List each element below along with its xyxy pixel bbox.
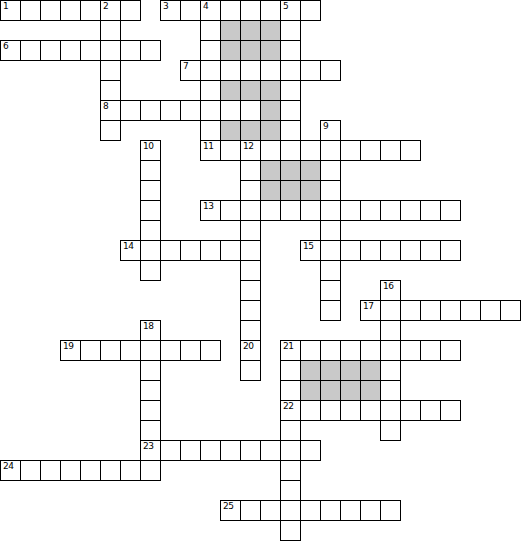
grid-cell-r17c4[interactable]	[80, 340, 101, 361]
grid-cell-r0c6[interactable]	[120, 0, 141, 21]
clue-number-13: 13	[203, 201, 213, 211]
crossword-grid: 1234567891011121314151617181920212223242…	[0, 0, 521, 541]
grid-cell-r23c6[interactable]	[120, 460, 141, 481]
grid-cell-r16c7[interactable]: 18	[140, 320, 161, 341]
grid-cell-r0c5[interactable]: 2	[100, 0, 121, 21]
grid-cell-r5c5[interactable]: 8	[100, 100, 121, 121]
grid-cell-r12c22[interactable]	[440, 240, 461, 261]
grid-cell-r15c16[interactable]	[320, 300, 341, 321]
grid-cell-r4c14[interactable]	[280, 80, 301, 101]
grid-cell-r0c1[interactable]	[20, 0, 41, 21]
grid-cell-r9c12[interactable]	[240, 180, 261, 201]
grid-cell-r15c21[interactable]	[420, 300, 441, 321]
grid-cell-r3c10[interactable]	[200, 60, 221, 81]
grid-cell-r12c18[interactable]	[360, 240, 381, 261]
grid-cell-r20c18[interactable]	[360, 400, 381, 421]
grid-cell-r17c3[interactable]: 19	[60, 340, 81, 361]
grid-cell-r17c9[interactable]	[180, 340, 201, 361]
grid-cell-r20c22[interactable]	[440, 400, 461, 421]
grid-cell-r12c8[interactable]	[160, 240, 181, 261]
blocked-cell-r2c11	[220, 40, 241, 61]
blocked-cell-r4c11	[220, 80, 241, 101]
grid-cell-r0c10[interactable]: 4	[200, 0, 221, 21]
grid-cell-r3c5[interactable]	[100, 60, 121, 81]
grid-cell-r11c16[interactable]	[320, 220, 341, 241]
grid-cell-r18c12[interactable]	[240, 360, 261, 381]
grid-cell-r17c16[interactable]	[320, 340, 341, 361]
grid-cell-r15c18[interactable]: 17	[360, 300, 381, 321]
grid-cell-r10c11[interactable]	[220, 200, 241, 221]
grid-cell-r0c2[interactable]	[40, 0, 61, 21]
grid-cell-r5c10[interactable]	[200, 100, 221, 121]
grid-cell-r13c16[interactable]	[320, 260, 341, 281]
grid-cell-r12c19[interactable]	[380, 240, 401, 261]
grid-cell-r20c17[interactable]	[340, 400, 361, 421]
blocked-cell-r9c14	[280, 180, 301, 201]
blocked-cell-r5c13	[260, 100, 281, 121]
grid-cell-r17c18[interactable]	[360, 340, 381, 361]
grid-cell-r12c6[interactable]: 14	[120, 240, 141, 261]
grid-cell-r17c21[interactable]	[420, 340, 441, 361]
grid-cell-r22c12[interactable]	[240, 440, 261, 461]
grid-cell-r25c12[interactable]	[240, 500, 261, 521]
grid-cell-r4c5[interactable]	[100, 80, 121, 101]
grid-cell-r22c9[interactable]	[180, 440, 201, 461]
grid-cell-r15c12[interactable]	[240, 300, 261, 321]
grid-cell-r15c24[interactable]	[480, 300, 501, 321]
blocked-cell-r9c15	[300, 180, 321, 201]
grid-cell-r20c16[interactable]	[320, 400, 341, 421]
grid-cell-r12c15[interactable]: 15	[300, 240, 321, 261]
grid-cell-r12c21[interactable]	[420, 240, 441, 261]
grid-cell-r17c6[interactable]	[120, 340, 141, 361]
grid-cell-r14c19[interactable]: 16	[380, 280, 401, 301]
grid-cell-r24c14[interactable]	[280, 480, 301, 501]
clue-number-18: 18	[143, 321, 153, 331]
grid-cell-r10c7[interactable]	[140, 200, 161, 221]
grid-cell-r2c1[interactable]	[20, 40, 41, 61]
grid-cell-r22c13[interactable]	[260, 440, 281, 461]
grid-cell-r6c14[interactable]	[280, 120, 301, 141]
blocked-cell-r8c13	[260, 160, 281, 181]
clue-number-4: 4	[203, 1, 208, 11]
grid-cell-r7c11[interactable]	[220, 140, 241, 161]
grid-cell-r17c7[interactable]	[140, 340, 161, 361]
grid-cell-r2c10[interactable]	[200, 40, 221, 61]
blocked-cell-r6c12	[240, 120, 261, 141]
blocked-cell-r1c12	[240, 20, 261, 41]
grid-cell-r17c12[interactable]: 20	[240, 340, 261, 361]
grid-cell-r17c19[interactable]	[380, 340, 401, 361]
grid-cell-r25c14[interactable]	[280, 500, 301, 521]
grid-cell-r0c3[interactable]	[60, 0, 81, 21]
grid-cell-r17c10[interactable]	[200, 340, 221, 361]
grid-cell-r23c4[interactable]	[80, 460, 101, 481]
grid-cell-r0c13[interactable]	[260, 0, 281, 21]
clue-number-7: 7	[183, 61, 188, 71]
blocked-cell-r18c18	[360, 360, 381, 381]
grid-cell-r5c12[interactable]	[240, 100, 261, 121]
grid-cell-r10c21[interactable]	[420, 200, 441, 221]
grid-cell-r0c14[interactable]: 5	[280, 0, 301, 21]
grid-cell-r23c7[interactable]	[140, 460, 161, 481]
grid-cell-r8c16[interactable]	[320, 160, 341, 181]
grid-cell-r4c10[interactable]	[200, 80, 221, 101]
blocked-cell-r19c16	[320, 380, 341, 401]
grid-cell-r11c7[interactable]	[140, 220, 161, 241]
grid-cell-r5c11[interactable]	[220, 100, 241, 121]
clue-number-23: 23	[143, 441, 153, 451]
grid-cell-r19c14[interactable]	[280, 380, 301, 401]
grid-cell-r15c25[interactable]	[500, 300, 521, 321]
grid-cell-r10c13[interactable]	[260, 200, 281, 221]
grid-cell-r17c17[interactable]	[340, 340, 361, 361]
grid-cell-r3c9[interactable]: 7	[180, 60, 201, 81]
clue-number-16: 16	[383, 281, 393, 291]
grid-cell-r22c7[interactable]: 23	[140, 440, 161, 461]
grid-cell-r5c7[interactable]	[140, 100, 161, 121]
grid-cell-r17c22[interactable]	[440, 340, 461, 361]
blocked-cell-r19c18	[360, 380, 381, 401]
grid-cell-r23c3[interactable]	[60, 460, 81, 481]
grid-cell-r18c7[interactable]	[140, 360, 161, 381]
clue-number-25: 25	[223, 501, 233, 511]
clue-number-9: 9	[323, 121, 328, 131]
grid-cell-r12c16[interactable]	[320, 240, 341, 261]
clue-number-22: 22	[283, 401, 293, 411]
blocked-cell-r18c17	[340, 360, 361, 381]
clue-number-2: 2	[103, 1, 108, 11]
grid-cell-r2c2[interactable]	[40, 40, 61, 61]
grid-cell-r23c5[interactable]	[100, 460, 121, 481]
blocked-cell-r2c13	[260, 40, 281, 61]
grid-cell-r7c15[interactable]	[300, 140, 321, 161]
grid-cell-r16c19[interactable]	[380, 320, 401, 341]
grid-cell-r15c23[interactable]	[460, 300, 481, 321]
grid-cell-r12c12[interactable]	[240, 240, 261, 261]
grid-cell-r18c14[interactable]	[280, 360, 301, 381]
grid-cell-r23c1[interactable]	[20, 460, 41, 481]
grid-cell-r23c0[interactable]: 24	[0, 460, 21, 481]
grid-cell-r20c21[interactable]	[420, 400, 441, 421]
grid-cell-r17c20[interactable]	[400, 340, 421, 361]
clue-number-19: 19	[63, 341, 73, 351]
grid-cell-r16c12[interactable]	[240, 320, 261, 341]
clue-number-15: 15	[303, 241, 313, 251]
grid-cell-r18c19[interactable]	[380, 360, 401, 381]
grid-cell-r15c20[interactable]	[400, 300, 421, 321]
grid-cell-r22c11[interactable]	[220, 440, 241, 461]
grid-cell-r12c11[interactable]	[220, 240, 241, 261]
grid-cell-r2c7[interactable]	[140, 40, 161, 61]
grid-cell-r7c19[interactable]	[380, 140, 401, 161]
grid-cell-r10c19[interactable]	[380, 200, 401, 221]
grid-cell-r20c19[interactable]	[380, 400, 401, 421]
grid-cell-r21c14[interactable]	[280, 420, 301, 441]
grid-cell-r25c15[interactable]	[300, 500, 321, 521]
clue-number-20: 20	[243, 341, 253, 351]
grid-cell-r7c20[interactable]	[400, 140, 421, 161]
grid-cell-r22c8[interactable]	[160, 440, 181, 461]
grid-cell-r17c14[interactable]: 21	[280, 340, 301, 361]
grid-cell-r10c14[interactable]	[280, 200, 301, 221]
blocked-cell-r6c11	[220, 120, 241, 141]
grid-cell-r0c15[interactable]	[300, 0, 321, 21]
grid-cell-r15c19[interactable]	[380, 300, 401, 321]
clue-number-12: 12	[243, 141, 253, 151]
grid-cell-r25c19[interactable]	[380, 500, 401, 521]
blocked-cell-r9c13	[260, 180, 281, 201]
grid-cell-r14c16[interactable]	[320, 280, 341, 301]
clue-number-11: 11	[203, 141, 213, 151]
blocked-cell-r1c11	[220, 20, 241, 41]
grid-cell-r12c17[interactable]	[340, 240, 361, 261]
grid-cell-r5c9[interactable]	[180, 100, 201, 121]
grid-cell-r2c6[interactable]	[120, 40, 141, 61]
grid-cell-r0c12[interactable]	[240, 0, 261, 21]
grid-cell-r12c9[interactable]	[180, 240, 201, 261]
grid-cell-r7c16[interactable]	[320, 140, 341, 161]
grid-cell-r9c7[interactable]	[140, 180, 161, 201]
grid-cell-r7c18[interactable]	[360, 140, 381, 161]
grid-cell-r13c7[interactable]	[140, 260, 161, 281]
grid-cell-r10c22[interactable]	[440, 200, 461, 221]
grid-cell-r2c3[interactable]	[60, 40, 81, 61]
grid-cell-r23c2[interactable]	[40, 460, 61, 481]
grid-cell-r12c10[interactable]	[200, 240, 221, 261]
grid-cell-r25c16[interactable]	[320, 500, 341, 521]
grid-cell-r20c14[interactable]: 22	[280, 400, 301, 421]
grid-cell-r19c7[interactable]	[140, 380, 161, 401]
grid-cell-r3c11[interactable]	[220, 60, 241, 81]
clue-number-21: 21	[283, 341, 293, 351]
grid-cell-r10c15[interactable]	[300, 200, 321, 221]
grid-cell-r9c16[interactable]	[320, 180, 341, 201]
grid-cell-r14c12[interactable]	[240, 280, 261, 301]
grid-cell-r2c5[interactable]	[100, 40, 121, 61]
grid-cell-r2c14[interactable]	[280, 40, 301, 61]
grid-cell-r22c15[interactable]	[300, 440, 321, 461]
grid-cell-r20c15[interactable]	[300, 400, 321, 421]
grid-cell-r22c14[interactable]	[280, 440, 301, 461]
grid-cell-r17c5[interactable]	[100, 340, 121, 361]
clue-number-5: 5	[283, 1, 288, 11]
grid-cell-r11c12[interactable]	[240, 220, 261, 241]
grid-cell-r25c18[interactable]	[360, 500, 381, 521]
grid-cell-r2c4[interactable]	[80, 40, 101, 61]
grid-cell-r12c7[interactable]	[140, 240, 161, 261]
grid-cell-r10c18[interactable]	[360, 200, 381, 221]
blocked-cell-r1c13	[260, 20, 281, 41]
grid-cell-r25c13[interactable]	[260, 500, 281, 521]
grid-cell-r25c11[interactable]: 25	[220, 500, 241, 521]
grid-cell-r3c14[interactable]	[280, 60, 301, 81]
grid-cell-r21c19[interactable]	[380, 420, 401, 441]
clue-number-10: 10	[143, 141, 153, 151]
grid-cell-r0c4[interactable]	[80, 0, 101, 21]
grid-cell-r3c16[interactable]	[320, 60, 341, 81]
clue-number-17: 17	[363, 301, 373, 311]
grid-cell-r0c9[interactable]	[180, 0, 201, 21]
grid-cell-r5c14[interactable]	[280, 100, 301, 121]
blocked-cell-r8c15	[300, 160, 321, 181]
clue-number-1: 1	[3, 1, 8, 11]
grid-cell-r6c16[interactable]: 9	[320, 120, 341, 141]
grid-cell-r21c7[interactable]	[140, 420, 161, 441]
blocked-cell-r19c17	[340, 380, 361, 401]
grid-cell-r20c20[interactable]	[400, 400, 421, 421]
grid-cell-r17c8[interactable]	[160, 340, 181, 361]
clue-number-8: 8	[103, 101, 108, 111]
grid-cell-r7c17[interactable]	[340, 140, 361, 161]
grid-cell-r10c10[interactable]: 13	[200, 200, 221, 221]
blocked-cell-r4c12	[240, 80, 261, 101]
blocked-cell-r6c13	[260, 120, 281, 141]
grid-cell-r0c11[interactable]	[220, 0, 241, 21]
grid-cell-r8c7[interactable]	[140, 160, 161, 181]
grid-cell-r5c8[interactable]	[160, 100, 181, 121]
grid-cell-r2c0[interactable]: 6	[0, 40, 21, 61]
grid-cell-r10c12[interactable]	[240, 200, 261, 221]
clue-number-24: 24	[3, 461, 13, 471]
clue-number-6: 6	[3, 41, 8, 51]
grid-cell-r3c13[interactable]	[260, 60, 281, 81]
grid-cell-r23c14[interactable]	[280, 460, 301, 481]
grid-cell-r26c14[interactable]	[280, 520, 301, 541]
grid-cell-r17c15[interactable]	[300, 340, 321, 361]
blocked-cell-r18c15	[300, 360, 321, 381]
grid-cell-r7c13[interactable]	[260, 140, 281, 161]
grid-cell-r19c19[interactable]	[380, 380, 401, 401]
grid-cell-r1c5[interactable]	[100, 20, 121, 41]
grid-cell-r20c7[interactable]	[140, 400, 161, 421]
grid-cell-r10c20[interactable]	[400, 200, 421, 221]
grid-cell-r10c17[interactable]	[340, 200, 361, 221]
grid-cell-r0c8[interactable]: 3	[160, 0, 181, 21]
blocked-cell-r19c15	[300, 380, 321, 401]
grid-cell-r7c12[interactable]: 12	[240, 140, 261, 161]
grid-cell-r6c5[interactable]	[100, 120, 121, 141]
grid-cell-r7c7[interactable]: 10	[140, 140, 161, 161]
grid-cell-r1c10[interactable]	[200, 20, 221, 41]
grid-cell-r3c12[interactable]	[240, 60, 261, 81]
blocked-cell-r8c14	[280, 160, 301, 181]
blocked-cell-r18c16	[320, 360, 341, 381]
grid-cell-r5c6[interactable]	[120, 100, 141, 121]
blocked-cell-r2c12	[240, 40, 261, 61]
grid-cell-r7c10[interactable]: 11	[200, 140, 221, 161]
clue-number-3: 3	[163, 1, 168, 11]
grid-cell-r1c14[interactable]	[280, 20, 301, 41]
grid-cell-r15c22[interactable]	[440, 300, 461, 321]
grid-cell-r12c20[interactable]	[400, 240, 421, 261]
grid-cell-r10c16[interactable]	[320, 200, 341, 221]
grid-cell-r25c17[interactable]	[340, 500, 361, 521]
grid-cell-r0c0[interactable]: 1	[0, 0, 21, 21]
grid-cell-r8c12[interactable]	[240, 160, 261, 181]
grid-cell-r6c10[interactable]	[200, 120, 221, 141]
grid-cell-r3c15[interactable]	[300, 60, 321, 81]
grid-cell-r13c12[interactable]	[240, 260, 261, 281]
grid-cell-r7c14[interactable]	[280, 140, 301, 161]
clue-number-14: 14	[123, 241, 133, 251]
blocked-cell-r4c13	[260, 80, 281, 101]
grid-cell-r22c10[interactable]	[200, 440, 221, 461]
